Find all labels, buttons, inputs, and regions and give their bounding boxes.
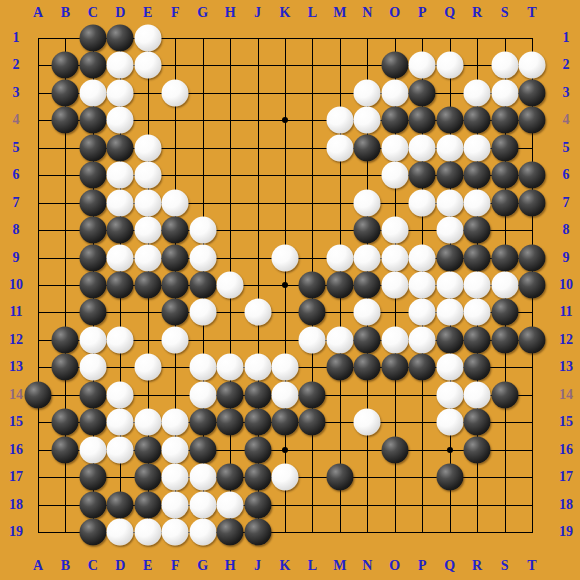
column-label-bottom-D: D bbox=[115, 559, 125, 573]
white-stone bbox=[436, 299, 463, 326]
black-stone bbox=[162, 217, 189, 244]
white-stone bbox=[107, 162, 134, 189]
white-stone bbox=[436, 217, 463, 244]
black-stone bbox=[326, 354, 353, 381]
column-label-bottom-R: R bbox=[472, 559, 482, 573]
black-stone bbox=[381, 436, 408, 463]
white-stone bbox=[107, 52, 134, 79]
black-stone bbox=[244, 519, 271, 546]
column-label-top-C: C bbox=[88, 6, 98, 20]
black-stone bbox=[79, 217, 106, 244]
black-stone bbox=[79, 189, 106, 216]
row-label-left-19: 19 bbox=[9, 525, 23, 539]
black-stone bbox=[52, 107, 79, 134]
column-label-top-S: S bbox=[501, 6, 509, 20]
white-stone bbox=[326, 134, 353, 161]
black-stone bbox=[464, 326, 491, 353]
column-label-top-H: H bbox=[225, 6, 236, 20]
white-stone bbox=[79, 326, 106, 353]
black-stone bbox=[491, 326, 518, 353]
black-stone bbox=[107, 217, 134, 244]
white-stone bbox=[134, 134, 161, 161]
column-label-top-T: T bbox=[527, 6, 536, 20]
row-label-left-10: 10 bbox=[9, 278, 23, 292]
black-stone bbox=[162, 299, 189, 326]
white-stone bbox=[134, 354, 161, 381]
white-stone bbox=[79, 79, 106, 106]
column-label-top-E: E bbox=[143, 6, 152, 20]
column-label-bottom-B: B bbox=[61, 559, 70, 573]
row-label-right-9: 9 bbox=[563, 251, 570, 265]
row-label-right-12: 12 bbox=[559, 333, 573, 347]
white-stone bbox=[354, 299, 381, 326]
black-stone bbox=[244, 409, 271, 436]
column-label-bottom-O: O bbox=[389, 559, 400, 573]
black-stone bbox=[299, 409, 326, 436]
black-stone bbox=[162, 272, 189, 299]
column-label-top-G: G bbox=[197, 6, 208, 20]
row-label-right-18: 18 bbox=[559, 498, 573, 512]
black-stone bbox=[244, 464, 271, 491]
star-point-K10 bbox=[282, 282, 288, 288]
row-label-right-6: 6 bbox=[563, 168, 570, 182]
column-label-top-D: D bbox=[115, 6, 125, 20]
column-label-top-P: P bbox=[418, 6, 427, 20]
black-stone bbox=[272, 409, 299, 436]
white-stone bbox=[519, 52, 546, 79]
black-stone bbox=[25, 381, 52, 408]
black-stone bbox=[217, 519, 244, 546]
white-stone bbox=[107, 326, 134, 353]
white-stone bbox=[189, 464, 216, 491]
column-label-bottom-S: S bbox=[501, 559, 509, 573]
black-stone bbox=[436, 162, 463, 189]
black-stone bbox=[79, 107, 106, 134]
white-stone bbox=[189, 519, 216, 546]
white-stone bbox=[381, 134, 408, 161]
white-stone bbox=[162, 436, 189, 463]
white-stone bbox=[189, 354, 216, 381]
white-stone bbox=[436, 381, 463, 408]
black-stone bbox=[464, 244, 491, 271]
black-stone bbox=[189, 409, 216, 436]
white-stone bbox=[244, 354, 271, 381]
white-stone bbox=[354, 107, 381, 134]
black-stone bbox=[79, 134, 106, 161]
row-label-left-13: 13 bbox=[9, 360, 23, 374]
white-stone bbox=[381, 162, 408, 189]
row-label-left-6: 6 bbox=[13, 168, 20, 182]
row-label-left-4: 4 bbox=[13, 113, 20, 127]
white-stone bbox=[134, 519, 161, 546]
column-label-bottom-H: H bbox=[225, 559, 236, 573]
black-stone bbox=[107, 25, 134, 52]
white-stone bbox=[162, 409, 189, 436]
white-stone bbox=[436, 189, 463, 216]
white-stone bbox=[107, 519, 134, 546]
row-label-left-14: 14 bbox=[9, 388, 23, 402]
black-stone bbox=[79, 519, 106, 546]
white-stone bbox=[107, 381, 134, 408]
white-stone bbox=[162, 464, 189, 491]
row-label-right-16: 16 bbox=[559, 443, 573, 457]
column-label-bottom-M: M bbox=[333, 559, 346, 573]
black-stone bbox=[464, 107, 491, 134]
column-label-top-A: A bbox=[33, 6, 43, 20]
column-label-top-R: R bbox=[472, 6, 482, 20]
row-label-right-15: 15 bbox=[559, 415, 573, 429]
black-stone bbox=[326, 464, 353, 491]
row-label-left-3: 3 bbox=[13, 86, 20, 100]
white-stone bbox=[107, 409, 134, 436]
white-stone bbox=[436, 272, 463, 299]
black-stone bbox=[299, 381, 326, 408]
star-point-K4 bbox=[282, 117, 288, 123]
black-stone bbox=[162, 244, 189, 271]
column-label-bottom-C: C bbox=[88, 559, 98, 573]
row-label-left-11: 11 bbox=[9, 305, 22, 319]
white-stone bbox=[436, 409, 463, 436]
white-stone bbox=[217, 354, 244, 381]
black-stone bbox=[79, 244, 106, 271]
white-stone bbox=[464, 134, 491, 161]
white-stone bbox=[326, 107, 353, 134]
black-stone bbox=[491, 189, 518, 216]
black-stone bbox=[244, 436, 271, 463]
black-stone bbox=[464, 217, 491, 244]
black-stone bbox=[52, 436, 79, 463]
white-stone bbox=[189, 299, 216, 326]
white-stone bbox=[491, 79, 518, 106]
row-label-right-13: 13 bbox=[559, 360, 573, 374]
white-stone bbox=[79, 354, 106, 381]
black-stone bbox=[79, 52, 106, 79]
white-stone bbox=[162, 79, 189, 106]
black-stone bbox=[217, 464, 244, 491]
column-label-top-Q: Q bbox=[444, 6, 455, 20]
row-label-left-15: 15 bbox=[9, 415, 23, 429]
white-stone bbox=[272, 464, 299, 491]
white-stone bbox=[409, 244, 436, 271]
white-stone bbox=[436, 354, 463, 381]
black-stone bbox=[52, 79, 79, 106]
white-stone bbox=[189, 491, 216, 518]
white-stone bbox=[134, 52, 161, 79]
white-stone bbox=[409, 134, 436, 161]
white-stone bbox=[134, 244, 161, 271]
black-stone bbox=[79, 491, 106, 518]
column-label-top-N: N bbox=[362, 6, 372, 20]
black-stone bbox=[464, 409, 491, 436]
black-stone bbox=[134, 436, 161, 463]
white-stone bbox=[409, 299, 436, 326]
black-stone bbox=[519, 79, 546, 106]
column-label-bottom-K: K bbox=[280, 559, 291, 573]
white-stone bbox=[107, 79, 134, 106]
row-label-right-7: 7 bbox=[563, 196, 570, 210]
row-label-left-8: 8 bbox=[13, 223, 20, 237]
black-stone bbox=[409, 162, 436, 189]
column-label-top-B: B bbox=[61, 6, 70, 20]
black-stone bbox=[354, 134, 381, 161]
white-stone bbox=[326, 326, 353, 353]
white-stone bbox=[354, 244, 381, 271]
black-stone bbox=[189, 272, 216, 299]
row-label-left-16: 16 bbox=[9, 443, 23, 457]
white-stone bbox=[107, 244, 134, 271]
row-label-right-14: 14 bbox=[559, 388, 573, 402]
black-stone bbox=[189, 436, 216, 463]
star-point-K16 bbox=[282, 447, 288, 453]
column-label-top-L: L bbox=[308, 6, 317, 20]
black-stone bbox=[436, 464, 463, 491]
white-stone bbox=[134, 162, 161, 189]
row-label-right-8: 8 bbox=[563, 223, 570, 237]
column-label-bottom-L: L bbox=[308, 559, 317, 573]
black-stone bbox=[134, 491, 161, 518]
row-label-right-2: 2 bbox=[563, 58, 570, 72]
column-label-top-K: K bbox=[280, 6, 291, 20]
white-stone bbox=[409, 272, 436, 299]
black-stone bbox=[519, 162, 546, 189]
white-stone bbox=[381, 326, 408, 353]
black-stone bbox=[79, 381, 106, 408]
black-stone bbox=[409, 354, 436, 381]
column-label-top-M: M bbox=[333, 6, 346, 20]
white-stone bbox=[491, 52, 518, 79]
black-stone bbox=[244, 491, 271, 518]
white-stone bbox=[107, 107, 134, 134]
black-stone bbox=[52, 52, 79, 79]
black-stone bbox=[354, 326, 381, 353]
black-stone bbox=[354, 272, 381, 299]
black-stone bbox=[299, 299, 326, 326]
black-stone bbox=[217, 409, 244, 436]
black-stone bbox=[436, 107, 463, 134]
black-stone bbox=[409, 79, 436, 106]
white-stone bbox=[134, 25, 161, 52]
white-stone bbox=[134, 217, 161, 244]
black-stone bbox=[491, 134, 518, 161]
go-app-background: { "game": "go", "board_size": 19, "posit… bbox=[0, 0, 580, 580]
row-label-left-12: 12 bbox=[9, 333, 23, 347]
row-label-right-11: 11 bbox=[559, 305, 572, 319]
white-stone bbox=[409, 326, 436, 353]
black-stone bbox=[519, 189, 546, 216]
column-label-top-F: F bbox=[171, 6, 180, 20]
white-stone bbox=[409, 52, 436, 79]
white-stone bbox=[409, 189, 436, 216]
black-stone bbox=[52, 354, 79, 381]
white-stone bbox=[272, 244, 299, 271]
white-stone bbox=[464, 79, 491, 106]
column-label-bottom-T: T bbox=[527, 559, 536, 573]
black-stone bbox=[107, 491, 134, 518]
column-label-bottom-Q: Q bbox=[444, 559, 455, 573]
black-stone bbox=[52, 326, 79, 353]
column-label-bottom-E: E bbox=[143, 559, 152, 573]
black-stone bbox=[381, 107, 408, 134]
white-stone bbox=[354, 409, 381, 436]
row-label-left-5: 5 bbox=[13, 141, 20, 155]
white-stone bbox=[134, 409, 161, 436]
black-stone bbox=[491, 244, 518, 271]
black-stone bbox=[134, 464, 161, 491]
black-stone bbox=[381, 52, 408, 79]
white-stone bbox=[189, 244, 216, 271]
white-stone bbox=[381, 79, 408, 106]
black-stone bbox=[107, 272, 134, 299]
black-stone bbox=[491, 107, 518, 134]
black-stone bbox=[464, 162, 491, 189]
black-stone bbox=[354, 354, 381, 381]
black-stone bbox=[79, 25, 106, 52]
column-label-bottom-N: N bbox=[362, 559, 372, 573]
black-stone bbox=[79, 272, 106, 299]
row-label-left-9: 9 bbox=[13, 251, 20, 265]
star-point-Q16 bbox=[447, 447, 453, 453]
white-stone bbox=[381, 244, 408, 271]
black-stone bbox=[381, 354, 408, 381]
black-stone bbox=[409, 107, 436, 134]
white-stone bbox=[79, 436, 106, 463]
white-stone bbox=[326, 244, 353, 271]
white-stone bbox=[162, 519, 189, 546]
row-label-left-17: 17 bbox=[9, 470, 23, 484]
black-stone bbox=[491, 381, 518, 408]
black-stone bbox=[464, 354, 491, 381]
black-stone bbox=[79, 409, 106, 436]
column-label-bottom-P: P bbox=[418, 559, 427, 573]
white-stone bbox=[107, 189, 134, 216]
white-stone bbox=[381, 272, 408, 299]
black-stone bbox=[436, 326, 463, 353]
black-stone bbox=[217, 381, 244, 408]
column-label-bottom-G: G bbox=[197, 559, 208, 573]
white-stone bbox=[381, 217, 408, 244]
white-stone bbox=[436, 52, 463, 79]
black-stone bbox=[519, 272, 546, 299]
white-stone bbox=[464, 299, 491, 326]
white-stone bbox=[217, 491, 244, 518]
black-stone bbox=[134, 272, 161, 299]
row-label-left-1: 1 bbox=[13, 31, 20, 45]
row-label-right-3: 3 bbox=[563, 86, 570, 100]
black-stone bbox=[464, 436, 491, 463]
white-stone bbox=[272, 381, 299, 408]
white-stone bbox=[354, 79, 381, 106]
black-stone bbox=[354, 217, 381, 244]
white-stone bbox=[244, 299, 271, 326]
row-label-left-7: 7 bbox=[13, 196, 20, 210]
black-stone bbox=[491, 162, 518, 189]
row-label-right-19: 19 bbox=[559, 525, 573, 539]
column-label-bottom-J: J bbox=[254, 559, 261, 573]
black-stone bbox=[436, 244, 463, 271]
row-label-left-2: 2 bbox=[13, 58, 20, 72]
black-stone bbox=[491, 299, 518, 326]
row-label-right-17: 17 bbox=[559, 470, 573, 484]
white-stone bbox=[354, 189, 381, 216]
row-label-right-1: 1 bbox=[563, 31, 570, 45]
row-label-right-4: 4 bbox=[563, 113, 570, 127]
white-stone bbox=[217, 272, 244, 299]
white-stone bbox=[436, 134, 463, 161]
white-stone bbox=[162, 326, 189, 353]
white-stone bbox=[162, 189, 189, 216]
white-stone bbox=[189, 217, 216, 244]
black-stone bbox=[107, 134, 134, 161]
column-label-top-O: O bbox=[389, 6, 400, 20]
black-stone bbox=[326, 272, 353, 299]
column-label-top-J: J bbox=[254, 6, 261, 20]
go-board[interactable]: AABBCCDDEEFFGGHHJJKKLLMMNNOOPPQQRRSSTT11… bbox=[0, 0, 580, 580]
row-label-left-18: 18 bbox=[9, 498, 23, 512]
white-stone bbox=[464, 381, 491, 408]
white-stone bbox=[189, 381, 216, 408]
white-stone bbox=[464, 189, 491, 216]
black-stone bbox=[244, 381, 271, 408]
white-stone bbox=[299, 326, 326, 353]
black-stone bbox=[519, 107, 546, 134]
row-label-right-10: 10 bbox=[559, 278, 573, 292]
black-stone bbox=[299, 272, 326, 299]
black-stone bbox=[79, 162, 106, 189]
white-stone bbox=[272, 354, 299, 381]
black-stone bbox=[79, 299, 106, 326]
white-stone bbox=[464, 272, 491, 299]
white-stone bbox=[134, 189, 161, 216]
black-stone bbox=[519, 326, 546, 353]
white-stone bbox=[491, 272, 518, 299]
black-stone bbox=[52, 409, 79, 436]
white-stone bbox=[162, 491, 189, 518]
column-label-bottom-F: F bbox=[171, 559, 180, 573]
white-stone bbox=[107, 436, 134, 463]
black-stone bbox=[79, 464, 106, 491]
row-label-right-5: 5 bbox=[563, 141, 570, 155]
black-stone bbox=[519, 244, 546, 271]
column-label-bottom-A: A bbox=[33, 559, 43, 573]
